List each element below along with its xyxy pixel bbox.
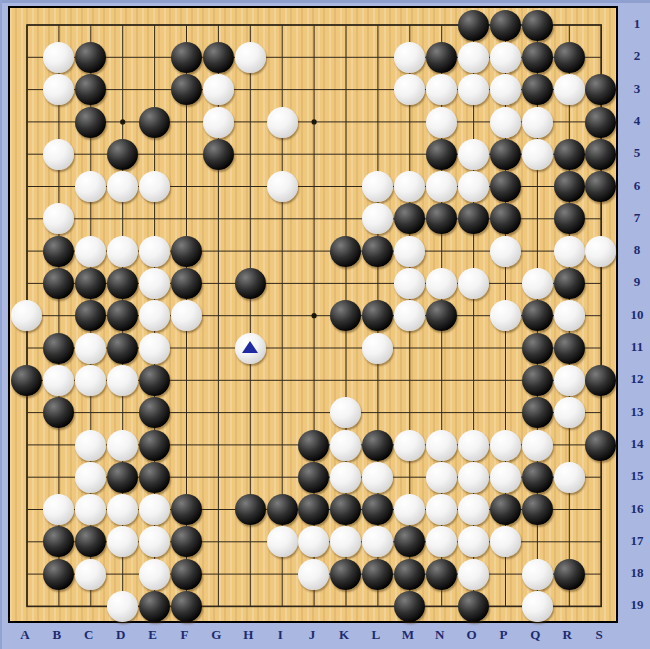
board-cell-O15[interactable]	[457, 461, 489, 493]
board-cell-C19[interactable]	[75, 590, 107, 622]
board-cell-N15[interactable]	[426, 461, 458, 493]
board-cell-M7[interactable]	[394, 203, 426, 235]
board-cell-G9[interactable]	[202, 267, 234, 299]
board-cell-G13[interactable]	[202, 397, 234, 429]
board-cell-J4[interactable]	[298, 106, 330, 138]
board-cell-F5[interactable]	[170, 138, 202, 170]
board-cell-Q18[interactable]	[521, 558, 553, 590]
board-cell-I9[interactable]	[266, 267, 298, 299]
board-cell-O2[interactable]	[457, 41, 489, 73]
board-cell-L3[interactable]	[362, 74, 394, 106]
board-cell-F1[interactable]	[170, 9, 202, 41]
board-cell-D16[interactable]	[107, 493, 139, 525]
board-cell-R16[interactable]	[553, 493, 585, 525]
board-cell-O4[interactable]	[457, 106, 489, 138]
board-cell-J5[interactable]	[298, 138, 330, 170]
board-cell-G3[interactable]	[202, 74, 234, 106]
board-cell-L18[interactable]	[362, 558, 394, 590]
board-cell-S13[interactable]	[585, 397, 617, 429]
board-cell-P17[interactable]	[489, 526, 521, 558]
board-cell-B9[interactable]	[43, 267, 75, 299]
board-cell-K10[interactable]	[330, 300, 362, 332]
board-cell-C12[interactable]	[75, 364, 107, 396]
board-cell-M6[interactable]	[394, 170, 426, 202]
board-cell-L13[interactable]	[362, 397, 394, 429]
board-cell-L9[interactable]	[362, 267, 394, 299]
board-cell-P4[interactable]	[489, 106, 521, 138]
board-cell-P18[interactable]	[489, 558, 521, 590]
board-cell-R13[interactable]	[553, 397, 585, 429]
board-cell-O18[interactable]	[457, 558, 489, 590]
board-cell-Q5[interactable]	[521, 138, 553, 170]
board-cell-R1[interactable]	[553, 9, 585, 41]
board-cell-R5[interactable]	[553, 138, 585, 170]
board-cell-E10[interactable]	[139, 300, 171, 332]
board-cell-M10[interactable]	[394, 300, 426, 332]
board-cell-H4[interactable]	[234, 106, 266, 138]
board-cell-F18[interactable]	[170, 558, 202, 590]
board-cell-A11[interactable]	[11, 332, 43, 364]
board-cell-P6[interactable]	[489, 170, 521, 202]
board-cell-J1[interactable]	[298, 9, 330, 41]
board-cell-D8[interactable]	[107, 235, 139, 267]
board-cell-C5[interactable]	[75, 138, 107, 170]
board-cell-R6[interactable]	[553, 170, 585, 202]
board-cell-G8[interactable]	[202, 235, 234, 267]
board-cell-M17[interactable]	[394, 526, 426, 558]
board-cell-F19[interactable]	[170, 590, 202, 622]
board-cell-J12[interactable]	[298, 364, 330, 396]
board-cell-P2[interactable]	[489, 41, 521, 73]
board-cell-O10[interactable]	[457, 300, 489, 332]
board-cell-N14[interactable]	[426, 429, 458, 461]
board-cell-Q8[interactable]	[521, 235, 553, 267]
board-cell-K11[interactable]	[330, 332, 362, 364]
board-cell-C1[interactable]	[75, 9, 107, 41]
board-cell-E11[interactable]	[139, 332, 171, 364]
board-cell-H2[interactable]	[234, 41, 266, 73]
board-cell-E8[interactable]	[139, 235, 171, 267]
board-cell-L4[interactable]	[362, 106, 394, 138]
board-cell-M5[interactable]	[394, 138, 426, 170]
board-cell-B13[interactable]	[43, 397, 75, 429]
board-cell-B15[interactable]	[43, 461, 75, 493]
board-cell-H6[interactable]	[234, 170, 266, 202]
board-cell-S1[interactable]	[585, 9, 617, 41]
board-cell-O9[interactable]	[457, 267, 489, 299]
board-cell-H3[interactable]	[234, 74, 266, 106]
board-cell-Q15[interactable]	[521, 461, 553, 493]
board-cell-I11[interactable]	[266, 332, 298, 364]
board-cell-M8[interactable]	[394, 235, 426, 267]
board-cell-I2[interactable]	[266, 41, 298, 73]
board-cell-F10[interactable]	[170, 300, 202, 332]
board-cell-D19[interactable]	[107, 590, 139, 622]
board-cell-I13[interactable]	[266, 397, 298, 429]
board-cell-H19[interactable]	[234, 590, 266, 622]
board-cell-A19[interactable]	[11, 590, 43, 622]
board-cell-H5[interactable]	[234, 138, 266, 170]
board-cell-N16[interactable]	[426, 493, 458, 525]
board-cell-R11[interactable]	[553, 332, 585, 364]
board-cell-D4[interactable]	[107, 106, 139, 138]
board-cell-H1[interactable]	[234, 9, 266, 41]
board-cell-M12[interactable]	[394, 364, 426, 396]
board-cell-K18[interactable]	[330, 558, 362, 590]
board-cell-E2[interactable]	[139, 41, 171, 73]
board-cell-E18[interactable]	[139, 558, 171, 590]
board-cell-H11[interactable]	[234, 332, 266, 364]
board-cell-J16[interactable]	[298, 493, 330, 525]
board-cell-B3[interactable]	[43, 74, 75, 106]
board-cell-I18[interactable]	[266, 558, 298, 590]
board-cell-N8[interactable]	[426, 235, 458, 267]
board-cell-D11[interactable]	[107, 332, 139, 364]
board-cell-J9[interactable]	[298, 267, 330, 299]
board-cell-A12[interactable]	[11, 364, 43, 396]
board-cell-O12[interactable]	[457, 364, 489, 396]
board-cell-C16[interactable]	[75, 493, 107, 525]
board-cell-D2[interactable]	[107, 41, 139, 73]
board-cell-N19[interactable]	[426, 590, 458, 622]
board-cell-S4[interactable]	[585, 106, 617, 138]
board-cell-E3[interactable]	[139, 74, 171, 106]
board-cell-P8[interactable]	[489, 235, 521, 267]
board-cell-P5[interactable]	[489, 138, 521, 170]
board-cell-E5[interactable]	[139, 138, 171, 170]
board-cell-B12[interactable]	[43, 364, 75, 396]
board-cell-E9[interactable]	[139, 267, 171, 299]
board-cell-C10[interactable]	[75, 300, 107, 332]
board-cell-O17[interactable]	[457, 526, 489, 558]
board-cell-I4[interactable]	[266, 106, 298, 138]
board-cell-I1[interactable]	[266, 9, 298, 41]
board-cell-M18[interactable]	[394, 558, 426, 590]
board-cell-S6[interactable]	[585, 170, 617, 202]
board-cell-J3[interactable]	[298, 74, 330, 106]
board-cell-E6[interactable]	[139, 170, 171, 202]
board-cell-R7[interactable]	[553, 203, 585, 235]
board-cell-N12[interactable]	[426, 364, 458, 396]
board-cell-O16[interactable]	[457, 493, 489, 525]
board-cell-H13[interactable]	[234, 397, 266, 429]
board-cell-N17[interactable]	[426, 526, 458, 558]
board-cell-S8[interactable]	[585, 235, 617, 267]
board-cell-F12[interactable]	[170, 364, 202, 396]
board-cell-I6[interactable]	[266, 170, 298, 202]
board-cell-F9[interactable]	[170, 267, 202, 299]
board-cell-I12[interactable]	[266, 364, 298, 396]
board-cell-N6[interactable]	[426, 170, 458, 202]
board-cell-K1[interactable]	[330, 9, 362, 41]
board-cell-F2[interactable]	[170, 41, 202, 73]
board-cell-C3[interactable]	[75, 74, 107, 106]
board-cell-E14[interactable]	[139, 429, 171, 461]
board-cell-H15[interactable]	[234, 461, 266, 493]
board-cell-G1[interactable]	[202, 9, 234, 41]
board-cell-G11[interactable]	[202, 332, 234, 364]
board-cell-O7[interactable]	[457, 203, 489, 235]
board-cell-N18[interactable]	[426, 558, 458, 590]
board-cell-B17[interactable]	[43, 526, 75, 558]
board-cell-S2[interactable]	[585, 41, 617, 73]
board-cell-R9[interactable]	[553, 267, 585, 299]
board-cell-C8[interactable]	[75, 235, 107, 267]
board-cell-J8[interactable]	[298, 235, 330, 267]
board-cell-H9[interactable]	[234, 267, 266, 299]
board-cell-G17[interactable]	[202, 526, 234, 558]
board-cell-A7[interactable]	[11, 203, 43, 235]
board-cell-O11[interactable]	[457, 332, 489, 364]
board-cell-J17[interactable]	[298, 526, 330, 558]
board-cell-A13[interactable]	[11, 397, 43, 429]
board-cell-J15[interactable]	[298, 461, 330, 493]
board-cell-S7[interactable]	[585, 203, 617, 235]
board-cell-M13[interactable]	[394, 397, 426, 429]
board-cell-N5[interactable]	[426, 138, 458, 170]
board-cell-S11[interactable]	[585, 332, 617, 364]
board-cell-O3[interactable]	[457, 74, 489, 106]
board-cell-P1[interactable]	[489, 9, 521, 41]
board-cell-B16[interactable]	[43, 493, 75, 525]
board-cell-L6[interactable]	[362, 170, 394, 202]
board-cell-L14[interactable]	[362, 429, 394, 461]
board-cell-C6[interactable]	[75, 170, 107, 202]
board-cell-F15[interactable]	[170, 461, 202, 493]
board-cell-R2[interactable]	[553, 41, 585, 73]
board-cell-C11[interactable]	[75, 332, 107, 364]
board-cell-H18[interactable]	[234, 558, 266, 590]
board-cell-E16[interactable]	[139, 493, 171, 525]
board-cell-S18[interactable]	[585, 558, 617, 590]
board-cell-A3[interactable]	[11, 74, 43, 106]
board-cell-D14[interactable]	[107, 429, 139, 461]
board-cell-P14[interactable]	[489, 429, 521, 461]
board-cell-F3[interactable]	[170, 74, 202, 106]
board-cell-E19[interactable]	[139, 590, 171, 622]
board-cell-S10[interactable]	[585, 300, 617, 332]
board-cell-M3[interactable]	[394, 74, 426, 106]
board-cell-R18[interactable]	[553, 558, 585, 590]
board-cell-Q17[interactable]	[521, 526, 553, 558]
board-cell-D10[interactable]	[107, 300, 139, 332]
board-cell-O14[interactable]	[457, 429, 489, 461]
board-cell-D1[interactable]	[107, 9, 139, 41]
board-cell-C9[interactable]	[75, 267, 107, 299]
board-cell-Q7[interactable]	[521, 203, 553, 235]
board-cell-K8[interactable]	[330, 235, 362, 267]
board-cell-L17[interactable]	[362, 526, 394, 558]
board-cell-J10[interactable]	[298, 300, 330, 332]
board-cell-N11[interactable]	[426, 332, 458, 364]
board-cell-K15[interactable]	[330, 461, 362, 493]
board-cell-Q11[interactable]	[521, 332, 553, 364]
board-cell-H17[interactable]	[234, 526, 266, 558]
board-cell-A9[interactable]	[11, 267, 43, 299]
board-cell-S15[interactable]	[585, 461, 617, 493]
board-cell-E13[interactable]	[139, 397, 171, 429]
board-cell-K6[interactable]	[330, 170, 362, 202]
board-cell-J13[interactable]	[298, 397, 330, 429]
board-cell-K3[interactable]	[330, 74, 362, 106]
board-cell-D18[interactable]	[107, 558, 139, 590]
board-cell-G14[interactable]	[202, 429, 234, 461]
board-cell-R3[interactable]	[553, 74, 585, 106]
board-cell-K13[interactable]	[330, 397, 362, 429]
board-cell-R17[interactable]	[553, 526, 585, 558]
board-cell-A10[interactable]	[11, 300, 43, 332]
board-cell-Q19[interactable]	[521, 590, 553, 622]
board-cell-Q4[interactable]	[521, 106, 553, 138]
board-cell-A14[interactable]	[11, 429, 43, 461]
board-cell-D15[interactable]	[107, 461, 139, 493]
board-cell-L19[interactable]	[362, 590, 394, 622]
board-cell-B4[interactable]	[43, 106, 75, 138]
board-cell-P7[interactable]	[489, 203, 521, 235]
board-cell-O13[interactable]	[457, 397, 489, 429]
board-cell-K9[interactable]	[330, 267, 362, 299]
board-cell-G7[interactable]	[202, 203, 234, 235]
board-cell-I16[interactable]	[266, 493, 298, 525]
board-cell-E17[interactable]	[139, 526, 171, 558]
board-cell-O8[interactable]	[457, 235, 489, 267]
board-cell-L2[interactable]	[362, 41, 394, 73]
board-cell-H16[interactable]	[234, 493, 266, 525]
board-cell-F7[interactable]	[170, 203, 202, 235]
board-cell-G5[interactable]	[202, 138, 234, 170]
board-cell-P10[interactable]	[489, 300, 521, 332]
board-cell-M9[interactable]	[394, 267, 426, 299]
board-cell-N3[interactable]	[426, 74, 458, 106]
board-cell-A6[interactable]	[11, 170, 43, 202]
board-cell-J7[interactable]	[298, 203, 330, 235]
board-cell-S3[interactable]	[585, 74, 617, 106]
board-cell-L5[interactable]	[362, 138, 394, 170]
board-cell-L10[interactable]	[362, 300, 394, 332]
board-cell-B18[interactable]	[43, 558, 75, 590]
board-cell-L1[interactable]	[362, 9, 394, 41]
board-cell-C4[interactable]	[75, 106, 107, 138]
board-cell-H14[interactable]	[234, 429, 266, 461]
board-cell-G15[interactable]	[202, 461, 234, 493]
board-cell-J18[interactable]	[298, 558, 330, 590]
board-cell-B7[interactable]	[43, 203, 75, 235]
board-cell-S14[interactable]	[585, 429, 617, 461]
board-cell-S5[interactable]	[585, 138, 617, 170]
board-cell-C7[interactable]	[75, 203, 107, 235]
board-cell-F6[interactable]	[170, 170, 202, 202]
board-cell-A16[interactable]	[11, 493, 43, 525]
board-cell-Q14[interactable]	[521, 429, 553, 461]
board-cell-H12[interactable]	[234, 364, 266, 396]
board-cell-I14[interactable]	[266, 429, 298, 461]
board-cell-D3[interactable]	[107, 74, 139, 106]
board-cell-N10[interactable]	[426, 300, 458, 332]
board-cell-K4[interactable]	[330, 106, 362, 138]
board-cell-L7[interactable]	[362, 203, 394, 235]
board-cell-O6[interactable]	[457, 170, 489, 202]
board-cell-M1[interactable]	[394, 9, 426, 41]
board-cell-R15[interactable]	[553, 461, 585, 493]
board-cell-P19[interactable]	[489, 590, 521, 622]
board-cell-G19[interactable]	[202, 590, 234, 622]
board-cell-G6[interactable]	[202, 170, 234, 202]
board-cell-R12[interactable]	[553, 364, 585, 396]
board-cell-N1[interactable]	[426, 9, 458, 41]
board-cell-F11[interactable]	[170, 332, 202, 364]
board-cell-P16[interactable]	[489, 493, 521, 525]
board-cell-D13[interactable]	[107, 397, 139, 429]
board-cell-Q6[interactable]	[521, 170, 553, 202]
board-cell-D5[interactable]	[107, 138, 139, 170]
board-cell-D7[interactable]	[107, 203, 139, 235]
board-cell-Q13[interactable]	[521, 397, 553, 429]
board-cell-S17[interactable]	[585, 526, 617, 558]
board-cell-A5[interactable]	[11, 138, 43, 170]
board-cell-P12[interactable]	[489, 364, 521, 396]
board-cell-N4[interactable]	[426, 106, 458, 138]
board-cell-B19[interactable]	[43, 590, 75, 622]
board-cell-P15[interactable]	[489, 461, 521, 493]
board-cell-P9[interactable]	[489, 267, 521, 299]
board-cell-C14[interactable]	[75, 429, 107, 461]
board-cell-L11[interactable]	[362, 332, 394, 364]
board-cell-D12[interactable]	[107, 364, 139, 396]
board-cell-A2[interactable]	[11, 41, 43, 73]
board-cell-K12[interactable]	[330, 364, 362, 396]
board-cell-A4[interactable]	[11, 106, 43, 138]
board-cell-L12[interactable]	[362, 364, 394, 396]
board-cell-M16[interactable]	[394, 493, 426, 525]
board-cell-O1[interactable]	[457, 9, 489, 41]
board-cell-F14[interactable]	[170, 429, 202, 461]
board-cell-F13[interactable]	[170, 397, 202, 429]
board-cell-J11[interactable]	[298, 332, 330, 364]
board-cell-E12[interactable]	[139, 364, 171, 396]
board-cell-I19[interactable]	[266, 590, 298, 622]
board-cell-Q12[interactable]	[521, 364, 553, 396]
board-cell-E15[interactable]	[139, 461, 171, 493]
board-cell-E7[interactable]	[139, 203, 171, 235]
board-cell-N13[interactable]	[426, 397, 458, 429]
board-cell-Q9[interactable]	[521, 267, 553, 299]
board-cell-J6[interactable]	[298, 170, 330, 202]
board-cell-I8[interactable]	[266, 235, 298, 267]
board-cell-G10[interactable]	[202, 300, 234, 332]
board-cell-B5[interactable]	[43, 138, 75, 170]
board-cell-K16[interactable]	[330, 493, 362, 525]
board-cell-S16[interactable]	[585, 493, 617, 525]
board-cell-N7[interactable]	[426, 203, 458, 235]
board-cell-K19[interactable]	[330, 590, 362, 622]
board-cell-Q2[interactable]	[521, 41, 553, 73]
board-cell-K14[interactable]	[330, 429, 362, 461]
board-cell-H8[interactable]	[234, 235, 266, 267]
board-cell-A17[interactable]	[11, 526, 43, 558]
board-cell-E1[interactable]	[139, 9, 171, 41]
board-cell-C17[interactable]	[75, 526, 107, 558]
board-cell-Q10[interactable]	[521, 300, 553, 332]
board-cell-N9[interactable]	[426, 267, 458, 299]
board-cell-C15[interactable]	[75, 461, 107, 493]
board-cell-I15[interactable]	[266, 461, 298, 493]
board-cell-S12[interactable]	[585, 364, 617, 396]
board-cell-I5[interactable]	[266, 138, 298, 170]
board-cell-B8[interactable]	[43, 235, 75, 267]
board-cell-S9[interactable]	[585, 267, 617, 299]
board-cell-K7[interactable]	[330, 203, 362, 235]
board-cell-I17[interactable]	[266, 526, 298, 558]
